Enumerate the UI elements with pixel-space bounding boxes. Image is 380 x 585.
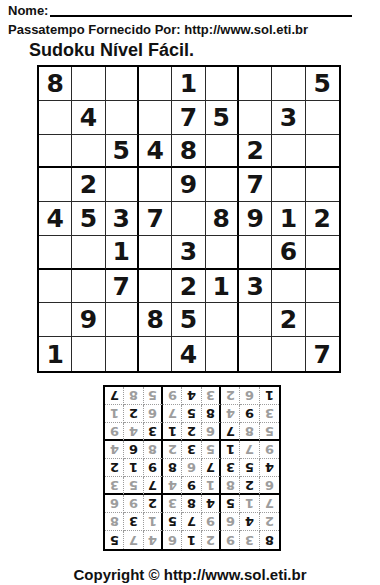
cell-r9c8 [272, 337, 305, 371]
cell-r2c4 [139, 101, 172, 135]
solution-cell-r1c4: 2 [202, 531, 221, 549]
cell-r4c5: 9 [172, 168, 205, 202]
solution-cell-r7c9: 9 [105, 423, 124, 441]
solution-cell-r6c7: 8 [144, 441, 163, 459]
cell-r9c1: 1 [39, 337, 72, 371]
solution-cell-r6c4: 5 [202, 441, 221, 459]
solution-cell-r3c7: 2 [144, 495, 163, 513]
cell-r6c1 [39, 236, 72, 270]
cell-r2c1 [39, 101, 72, 135]
solution-cell-r4c7: 7 [144, 477, 163, 495]
solution-cell-r3c4: 4 [202, 495, 221, 513]
solution-given-digit: 3 [226, 461, 235, 474]
cell-r7c9 [306, 270, 339, 304]
solution-cell-r2c7: 1 [144, 513, 163, 531]
cell-r8c4: 8 [139, 303, 172, 337]
solution-cell-r2c2: 4 [240, 513, 259, 531]
solution-cell-r1c5: 1 [182, 531, 201, 549]
solution-cell-r9c2: 6 [240, 387, 259, 405]
solution-cell-r2c8: 3 [124, 513, 143, 531]
solution-solved-digit: 9 [206, 515, 215, 528]
solution-cell-r3c1: 7 [260, 495, 279, 513]
solution-solved-digit: 5 [148, 389, 157, 402]
solution-given-digit: 7 [206, 461, 215, 474]
solution-given-digit: 1 [129, 461, 138, 474]
solution-cell-r9c6: 9 [163, 387, 182, 405]
solution-solved-digit: 8 [245, 425, 254, 438]
solution-given-digit: 5 [168, 515, 177, 528]
solution-solved-digit: 6 [168, 534, 177, 547]
cell-r5c8: 1 [272, 202, 305, 236]
solution-cell-r4c3: 8 [221, 477, 240, 495]
cell-r4c3 [106, 168, 139, 202]
solution-solved-digit: 4 [226, 407, 235, 420]
cell-r8c2: 9 [72, 303, 105, 337]
solution-solved-digit: 8 [226, 479, 235, 492]
solution-given-digit: 1 [265, 389, 274, 402]
solution-given-digit: 4 [265, 461, 274, 474]
cell-r8c1 [39, 303, 72, 337]
solution-solved-digit: 3 [110, 479, 119, 492]
solution-cell-r5c7: 9 [144, 459, 163, 477]
solution-cell-r7c8: 4 [124, 423, 143, 441]
cell-r8c3 [106, 303, 139, 337]
cell-r1c7 [239, 67, 272, 101]
solution-solved-digit: 3 [265, 407, 274, 420]
solution-solved-digit: 6 [110, 497, 119, 510]
solution-cell-r5c6: 8 [163, 459, 182, 477]
solution-given-digit: 2 [187, 425, 196, 438]
solution-given-digit: 5 [187, 407, 196, 420]
cell-r9c4 [139, 337, 172, 371]
solution-solved-digit: 3 [245, 534, 254, 547]
solution-given-digit: 5 [245, 461, 254, 474]
solution-cell-r1c7: 4 [144, 531, 163, 549]
solution-solved-digit: 7 [168, 407, 177, 420]
solution-cell-r4c1: 6 [260, 477, 279, 495]
cell-r6c2 [72, 236, 105, 270]
cell-r9c3 [106, 337, 139, 371]
solution-cell-r9c9: 7 [105, 387, 124, 405]
solution-given-digit: 7 [226, 425, 235, 438]
solution-cell-r6c9: 4 [105, 441, 124, 459]
cell-r7c5: 2 [172, 270, 205, 304]
solution-solved-digit: 3 [206, 389, 215, 402]
cell-r3c4: 4 [139, 135, 172, 169]
cell-r9c5: 4 [172, 337, 205, 371]
solution-solved-digit: 6 [245, 389, 254, 402]
cell-r3c1 [39, 135, 72, 169]
solution-given-digit: 2 [148, 497, 157, 510]
solution-cell-r7c3: 7 [221, 423, 240, 441]
solution-cell-r8c8: 2 [124, 405, 143, 423]
cell-r7c2 [72, 270, 105, 304]
solution-cell-r3c6: 3 [163, 495, 182, 513]
solution-solved-digit: 5 [206, 443, 215, 456]
cell-r5c2: 5 [72, 202, 105, 236]
solution-cell-r8c9: 1 [105, 405, 124, 423]
solution-given-digit: 2 [245, 479, 254, 492]
solution-given-digit: 8 [187, 497, 196, 510]
solution-cell-r9c8: 8 [124, 387, 143, 405]
solution-cell-r2c9: 8 [105, 513, 124, 531]
solution-solved-digit: 5 [265, 425, 274, 438]
solution-given-digit: 7 [148, 479, 157, 492]
solution-cell-r5c8: 1 [124, 459, 143, 477]
cell-r6c5: 3 [172, 236, 205, 270]
solution-cell-r5c1: 4 [260, 459, 279, 477]
cell-r4c7: 7 [239, 168, 272, 202]
solution-solved-digit: 2 [226, 389, 235, 402]
cell-r5c6: 8 [206, 202, 239, 236]
solution-solved-digit: 6 [226, 515, 235, 528]
sudoku-print-page: Nome: Passatempo Fornecido Por: http://w… [0, 0, 380, 585]
solution-cell-r4c8: 5 [124, 477, 143, 495]
solution-solved-digit: 5 [129, 479, 138, 492]
solution-cell-r2c1: 2 [260, 513, 279, 531]
solution-cell-r6c2: 7 [240, 441, 259, 459]
solution-cell-r3c8: 9 [124, 495, 143, 513]
solution-cell-r2c4: 9 [202, 513, 221, 531]
cell-r4c9 [306, 168, 339, 202]
solution-solved-digit: 8 [129, 389, 138, 402]
cell-r3c6 [206, 135, 239, 169]
solution-cell-r8c5: 5 [182, 405, 201, 423]
cell-r1c1: 8 [39, 67, 72, 101]
solution-cell-r1c9: 5 [105, 531, 124, 549]
cell-r1c6 [206, 67, 239, 101]
cell-r1c9: 5 [306, 67, 339, 101]
copyright-text: Copyright © http://www.sol.eti.br [0, 566, 380, 583]
solution-cell-r9c3: 2 [221, 387, 240, 405]
solution-solved-digit: 9 [226, 534, 235, 547]
solution-solved-digit: 1 [110, 407, 119, 420]
solution-given-digit: 9 [187, 479, 196, 492]
solution-cell-r3c2: 1 [240, 495, 259, 513]
solution-cell-r4c9: 3 [105, 477, 124, 495]
solution-solved-digit: 2 [206, 534, 215, 547]
solution-cell-r8c4: 8 [202, 405, 221, 423]
solution-given-digit: 8 [265, 534, 274, 547]
solution-cell-r2c5: 7 [182, 513, 201, 531]
cell-r2c5: 7 [172, 101, 205, 135]
solution-cell-r9c4: 3 [202, 387, 221, 405]
solution-cell-r6c6: 2 [163, 441, 182, 459]
name-row: Nome: [0, 0, 380, 17]
cell-r1c3 [106, 67, 139, 101]
cell-r6c9 [306, 236, 339, 270]
solution-cell-r7c2: 8 [240, 423, 259, 441]
cell-r6c3: 1 [106, 236, 139, 270]
solution-given-digit: 9 [245, 407, 254, 420]
solution-solved-digit: 6 [206, 425, 215, 438]
solution-given-digit: 1 [168, 425, 177, 438]
solution-solved-digit: 2 [168, 443, 177, 456]
solution-given-digit: 5 [226, 497, 235, 510]
solution-given-digit: 3 [148, 425, 157, 438]
solution-cell-r3c3: 5 [221, 495, 240, 513]
solution-cell-r9c1: 1 [260, 387, 279, 405]
solution-given-digit: 3 [129, 515, 138, 528]
name-label: Nome: [8, 4, 48, 17]
solution-cell-r4c6: 4 [163, 477, 182, 495]
solution-solved-digit: 6 [148, 407, 157, 420]
cell-r5c5 [172, 202, 205, 236]
solution-given-digit: 6 [129, 443, 138, 456]
solution-solved-digit: 8 [148, 443, 157, 456]
cell-r8c8: 2 [272, 303, 305, 337]
solution-solved-digit: 3 [168, 497, 177, 510]
solution-solved-digit: 7 [129, 534, 138, 547]
solution-solved-digit: 4 [129, 425, 138, 438]
solution-cell-r9c5: 4 [182, 387, 201, 405]
solution-solved-digit: 4 [168, 479, 177, 492]
solution-cell-r8c2: 9 [240, 405, 259, 423]
solution-cell-r5c4: 7 [202, 459, 221, 477]
solution-solved-digit: 1 [206, 479, 215, 492]
cell-r5c7: 9 [239, 202, 272, 236]
cell-r7c7: 3 [239, 270, 272, 304]
solution-cell-r4c2: 2 [240, 477, 259, 495]
cell-r7c4 [139, 270, 172, 304]
cell-r4c8 [272, 168, 305, 202]
solution-given-digit: 7 [187, 515, 196, 528]
cell-r3c2 [72, 135, 105, 169]
cell-r5c1: 4 [39, 202, 72, 236]
solution-solved-digit: 1 [148, 515, 157, 528]
cell-r2c2: 4 [72, 101, 105, 135]
cell-r9c7 [239, 337, 272, 371]
sudoku-solution-board-rotated: 7859432611267584939431267854682351792198… [103, 385, 281, 551]
cell-r4c1 [39, 168, 72, 202]
solution-given-digit: 2 [110, 461, 119, 474]
cell-r6c4 [139, 236, 172, 270]
cell-r8c9 [306, 303, 339, 337]
solution-given-digit: 3 [187, 443, 196, 456]
solution-given-digit: 4 [187, 389, 196, 402]
cell-r9c9: 7 [306, 337, 339, 371]
solution-given-digit: 2 [129, 407, 138, 420]
cell-r9c2 [72, 337, 105, 371]
cell-r7c1 [39, 270, 72, 304]
cell-r9c6 [206, 337, 239, 371]
cell-r8c7 [239, 303, 272, 337]
solution-solved-digit: 2 [265, 515, 274, 528]
solution-solved-digit: 9 [265, 443, 274, 456]
solution-cell-r6c1: 9 [260, 441, 279, 459]
provider-text: Passatempo Fornecido Por: http://www.sol… [8, 22, 380, 37]
solution-solved-digit: 4 [148, 534, 157, 547]
cell-r3c7: 2 [239, 135, 272, 169]
cell-r1c8 [272, 67, 305, 101]
cell-r8c6 [206, 303, 239, 337]
page-title: Sudoku Nível Fácil. [29, 40, 380, 61]
solution-given-digit: 8 [168, 461, 177, 474]
solution-cell-r3c5: 8 [182, 495, 201, 513]
solution-cell-r7c1: 5 [260, 423, 279, 441]
cell-r4c2: 2 [72, 168, 105, 202]
solution-given-digit: 4 [245, 515, 254, 528]
solution-solved-digit: 7 [265, 497, 274, 510]
cell-r3c3: 5 [106, 135, 139, 169]
solution-solved-digit: 9 [110, 425, 119, 438]
solution-solved-digit: 9 [168, 389, 177, 402]
cell-r2c8: 3 [272, 101, 305, 135]
solution-cell-r7c4: 6 [202, 423, 221, 441]
name-underline [50, 4, 352, 17]
solution-solved-digit: 6 [265, 479, 274, 492]
solution-given-digit: 1 [226, 443, 235, 456]
solution-cell-r4c4: 1 [202, 477, 221, 495]
solution-cell-r6c5: 3 [182, 441, 201, 459]
solution-cell-r6c8: 6 [124, 441, 143, 459]
cell-r7c3: 7 [106, 270, 139, 304]
solution-cell-r2c6: 5 [163, 513, 182, 531]
cell-r3c8 [272, 135, 305, 169]
solution-cell-r9c7: 5 [144, 387, 163, 405]
solution-cell-r5c9: 2 [105, 459, 124, 477]
solution-given-digit: 1 [187, 534, 196, 547]
solution-solved-digit: 8 [110, 515, 119, 528]
solution-cell-r3c9: 6 [105, 495, 124, 513]
cell-r4c4 [139, 168, 172, 202]
solution-cell-r6c3: 1 [221, 441, 240, 459]
solution-cell-r8c3: 4 [221, 405, 240, 423]
cell-r6c7 [239, 236, 272, 270]
solution-given-digit: 5 [110, 534, 119, 547]
solution-cell-r7c6: 1 [163, 423, 182, 441]
solution-cell-r8c6: 7 [163, 405, 182, 423]
cell-r5c9: 2 [306, 202, 339, 236]
cell-r5c3: 3 [106, 202, 139, 236]
cell-r5c4: 7 [139, 202, 172, 236]
cell-r2c6: 5 [206, 101, 239, 135]
solution-solved-digit: 9 [129, 497, 138, 510]
cell-r3c9 [306, 135, 339, 169]
solution-cell-r7c5: 2 [182, 423, 201, 441]
solution-cell-r1c1: 8 [260, 531, 279, 549]
solution-solved-digit: 4 [110, 443, 119, 456]
cell-r3c5: 8 [172, 135, 205, 169]
cell-r1c5: 1 [172, 67, 205, 101]
cell-r2c3 [106, 101, 139, 135]
solution-cell-r1c6: 6 [163, 531, 182, 549]
cell-r1c2 [72, 67, 105, 101]
solution-cell-r8c7: 6 [144, 405, 163, 423]
cell-r6c6 [206, 236, 239, 270]
solution-given-digit: 8 [206, 407, 215, 420]
solution-cell-r1c3: 9 [221, 531, 240, 549]
solution-cell-r5c3: 3 [221, 459, 240, 477]
cell-r8c5: 5 [172, 303, 205, 337]
sudoku-board: 815475354822974537891213672139852147 [37, 65, 341, 373]
solution-cell-r7c7: 3 [144, 423, 163, 441]
cell-r2c9 [306, 101, 339, 135]
solution-cell-r5c5: 6 [182, 459, 201, 477]
solution-cell-r8c1: 3 [260, 405, 279, 423]
cell-r1c4 [139, 67, 172, 101]
solution-cell-r2c3: 6 [221, 513, 240, 531]
cell-r6c8: 6 [272, 236, 305, 270]
solution-cell-r4c5: 9 [182, 477, 201, 495]
solution-cell-r1c8: 7 [124, 531, 143, 549]
solution-solved-digit: 1 [245, 497, 254, 510]
cell-r2c7 [239, 101, 272, 135]
solution-given-digit: 9 [148, 461, 157, 474]
cell-r4c6 [206, 168, 239, 202]
solution-given-digit: 4 [206, 497, 215, 510]
solution-given-digit: 7 [110, 389, 119, 402]
solution-solved-digit: 6 [187, 461, 196, 474]
solution-cell-r5c2: 5 [240, 459, 259, 477]
solution-solved-digit: 7 [245, 443, 254, 456]
cell-r7c8 [272, 270, 305, 304]
cell-r7c6: 1 [206, 270, 239, 304]
solution-cell-r1c2: 3 [240, 531, 259, 549]
